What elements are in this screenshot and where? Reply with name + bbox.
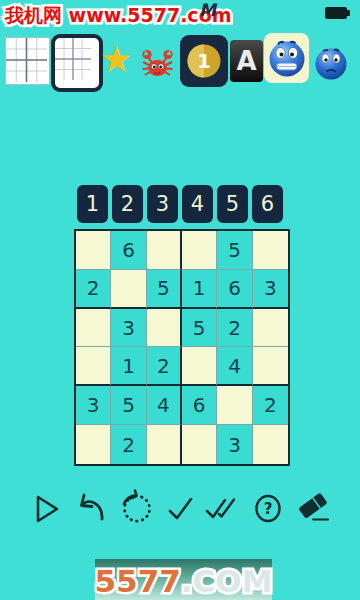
control-play[interactable] (27, 489, 67, 529)
cell-r6c3[interactable] (147, 425, 182, 464)
blue-ball-icon[interactable] (314, 45, 348, 85)
cell-r4c3[interactable]: 2 (147, 347, 182, 386)
cell-r1c3[interactable] (147, 231, 182, 270)
svg-text:?: ? (264, 500, 273, 518)
cell-r2c3[interactable]: 5 (147, 270, 182, 309)
play-icon (27, 489, 67, 529)
cell-r6c6[interactable] (253, 425, 288, 464)
cell-r6c5[interactable]: 3 (217, 425, 252, 464)
cell-r2c4[interactable]: 1 (182, 270, 217, 309)
cell-r5c3[interactable]: 4 (147, 386, 182, 425)
control-hint[interactable]: ? (248, 489, 288, 529)
cell-r4c1[interactable] (76, 347, 111, 386)
cell-r3c2[interactable]: 3 (111, 309, 146, 348)
crab-icon[interactable] (139, 46, 176, 86)
cell-r2c1[interactable]: 2 (76, 270, 111, 309)
watermark-5577: 5577 (95, 563, 181, 599)
letter-a-label: A (236, 46, 256, 76)
cell-r2c5[interactable]: 6 (217, 270, 252, 309)
hint-icon: ? (248, 489, 288, 529)
watermark-com: .COM (181, 563, 273, 599)
cell-r6c1[interactable] (76, 425, 111, 464)
coin-value: 1 (197, 49, 211, 73)
cell-r4c5[interactable]: 4 (217, 347, 252, 386)
control-undo[interactable] (72, 489, 112, 529)
control-restart[interactable] (116, 489, 156, 529)
battery-icon (325, 7, 347, 19)
watermark-bottom-text: 5577.COM (95, 563, 273, 599)
numpad-5[interactable]: 5 (217, 185, 248, 223)
cell-r5c4[interactable]: 6 (182, 386, 217, 425)
cell-r6c4[interactable] (182, 425, 217, 464)
bottom-toolbar: ? (0, 489, 360, 529)
letter-a-icon[interactable]: A (230, 40, 263, 82)
cell-r5c2[interactable]: 5 (111, 386, 146, 425)
cell-r1c1[interactable] (76, 231, 111, 270)
cell-r1c2[interactable]: 6 (111, 231, 146, 270)
numpad-6[interactable]: 6 (252, 185, 283, 223)
cell-r5c6[interactable]: 2 (253, 386, 288, 425)
control-erase[interactable] (295, 489, 335, 529)
grid-pattern (55, 38, 91, 80)
numpad-3[interactable]: 3 (147, 185, 178, 223)
cell-r6c2[interactable]: 2 (111, 425, 146, 464)
number-pad: 123456 (77, 185, 283, 223)
sudoku-board: 65251633521243546223 (74, 229, 290, 466)
cell-r5c1[interactable]: 3 (76, 386, 111, 425)
cell-r4c6[interactable] (253, 347, 288, 386)
control-check-all[interactable] (202, 489, 242, 529)
watermark-bottom: 5577.COM 5577.COM (95, 559, 272, 600)
restart-icon (116, 489, 156, 529)
cell-r3c1[interactable] (76, 309, 111, 348)
cell-r4c2[interactable]: 1 (111, 347, 146, 386)
cell-r1c6[interactable] (253, 231, 288, 270)
numpad-2[interactable]: 2 (112, 185, 143, 223)
cell-r3c5[interactable]: 2 (217, 309, 252, 348)
cell-r3c3[interactable] (147, 309, 182, 348)
numpad-1[interactable]: 1 (77, 185, 108, 223)
check-icon (161, 489, 201, 529)
cell-r1c5[interactable]: 5 (217, 231, 252, 270)
battery-nub (347, 10, 350, 16)
coin-icon[interactable]: 1 (180, 35, 228, 87)
cell-r1c4[interactable] (182, 231, 217, 270)
app-screen: 我机网 www.5577.com 我机网 www.5577.com M ★ (0, 0, 360, 600)
cell-r2c2[interactable] (111, 270, 146, 309)
cell-r3c6[interactable] (253, 309, 288, 348)
watermark-top-text: 我机网 www.5577.com (5, 4, 232, 26)
numpad-4[interactable]: 4 (182, 185, 213, 223)
erase-icon (295, 489, 335, 529)
smiley-icon[interactable] (264, 33, 309, 83)
grid-selected-icon[interactable] (51, 34, 103, 92)
grid-plain-icon[interactable] (5, 37, 50, 85)
grid-pattern (6, 38, 47, 82)
cell-r4c4[interactable] (182, 347, 217, 386)
control-check[interactable] (161, 489, 201, 529)
undo-icon (72, 489, 112, 529)
cell-r5c5[interactable] (217, 386, 252, 425)
watermark-top: 我机网 www.5577.com 我机网 www.5577.com (5, 4, 232, 26)
cell-r3c4[interactable]: 5 (182, 309, 217, 348)
statusbar-stray-glyph: M (199, 0, 216, 20)
star-icon[interactable]: ★ (100, 40, 133, 80)
check-all-icon (202, 489, 242, 529)
cell-r2c6[interactable]: 3 (253, 270, 288, 309)
